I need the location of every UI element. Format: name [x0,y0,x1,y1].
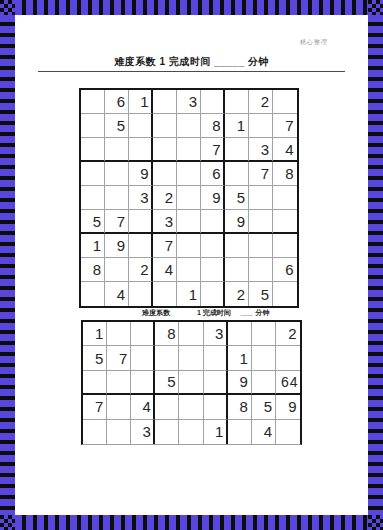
sudoku-cell-r8c9[interactable]: 6 [273,258,297,282]
sudoku-cell-r1c9[interactable]: 2 [276,322,300,346]
sudoku-cell-r6c7[interactable]: 9 [225,210,249,234]
sudoku-cell-r3c7[interactable] [225,138,249,162]
sudoku-cell-r8c5[interactable] [177,258,201,282]
sudoku-cell-r3c5[interactable] [177,138,201,162]
watermark: 精心整理 [300,39,328,46]
sudoku-cell-r5c3[interactable]: 3 [129,186,153,210]
sudoku-cell-r1c3[interactable] [131,322,155,346]
sudoku-cell-r7c4[interactable]: 7 [153,234,177,258]
sudoku-cell-r3c7[interactable]: 9 [228,371,252,395]
sudoku-cell-r8c3[interactable]: 2 [129,258,153,282]
frame-stripe-left [0,15,15,515]
sudoku-cell-r5c5[interactable] [177,186,201,210]
frame-corner-top-left [0,0,15,15]
sudoku-cell-r9c1[interactable] [81,282,105,306]
sudoku-cell-r9c7[interactable]: 2 [225,282,249,306]
sudoku-cell-r9c2[interactable]: 4 [105,282,129,306]
sudoku-cell-r2c6[interactable] [204,346,228,370]
sudoku-cell-r3c1[interactable] [83,371,107,395]
sudoku-cell-r8c1[interactable]: 8 [81,258,105,282]
sudoku-cell-r1c8[interactable]: 2 [249,90,273,114]
sudoku-cell-r4c5[interactable] [177,162,201,186]
sudoku-cell-r1c5[interactable] [179,322,203,346]
sudoku-cell-r5c1[interactable] [83,420,107,444]
sudoku-cell-r3c3[interactable] [129,138,153,162]
sudoku-cell-r5c7[interactable] [228,420,252,444]
sudoku-cell-r7c6[interactable] [201,234,225,258]
sudoku-cell-r5c3[interactable]: 3 [131,420,155,444]
frame-corner-bottom-right [368,515,383,530]
sudoku-cell-r1c4[interactable] [153,90,177,114]
sudoku-cell-r5c4[interactable] [155,420,179,444]
sudoku-cell-r4c4[interactable] [155,395,179,419]
sudoku-cell-r1c6[interactable] [201,90,225,114]
sudoku-cell-r3c1[interactable] [81,138,105,162]
sudoku-cell-r4c2[interactable] [107,395,131,419]
sudoku-cell-r4c3[interactable]: 4 [131,395,155,419]
sudoku-cell-r9c5[interactable]: 1 [177,282,201,306]
sudoku-cell-r4c2[interactable] [105,162,129,186]
sudoku-cell-r2c8[interactable] [252,346,276,370]
sudoku-cell-r9c6[interactable] [201,282,225,306]
sudoku-cell-r2c5[interactable] [177,114,201,138]
sudoku-cell-r2c4[interactable] [155,346,179,370]
sudoku-cell-r8c2[interactable] [105,258,129,282]
sudoku-cell-r5c1[interactable] [81,186,105,210]
title-rule [38,71,345,72]
sudoku-cell-r8c8[interactable] [249,258,273,282]
sudoku-cell-r7c7[interactable] [225,234,249,258]
sudoku-cell-r7c3[interactable] [129,234,153,258]
sudoku-cell-r4c6[interactable] [204,395,228,419]
sudoku-cell-r7c9[interactable] [273,234,297,258]
sudoku-cell-r2c5[interactable] [179,346,203,370]
sudoku-cell-r9c4[interactable] [153,282,177,306]
sudoku-cell-r2c8[interactable] [249,114,273,138]
frame-stripe-bottom [15,515,368,530]
sudoku-cell-r1c7[interactable] [228,322,252,346]
sudoku-cell-r8c4[interactable]: 4 [153,258,177,282]
sudoku-cell-r5c2[interactable] [105,186,129,210]
sudoku-cell-r9c9[interactable] [273,282,297,306]
sudoku-cell-r3c2[interactable] [107,371,131,395]
sudoku-cell-r5c8[interactable] [249,186,273,210]
sudoku-cell-r1c4[interactable]: 8 [155,322,179,346]
sudoku-cell-r2c4[interactable] [153,114,177,138]
sudoku-cell-r1c1[interactable] [81,90,105,114]
sudoku-cell-r3c4[interactable]: 5 [155,371,179,395]
puzzle1-title-unit: 分钟 [248,56,269,67]
sudoku-cell-r4c8[interactable]: 7 [249,162,273,186]
frame-corner-bottom-left [0,515,15,530]
sudoku-cell-r2c1[interactable] [81,114,105,138]
sudoku-cell-r1c8[interactable] [252,322,276,346]
sudoku-cell-r3c9[interactable]: 64 [276,371,300,395]
sudoku-cell-r3c6[interactable]: 7 [201,138,225,162]
sudoku-cell-r4c8[interactable]: 5 [252,395,276,419]
puzzle2-title-blank: ___ [241,309,253,316]
sudoku-cell-r2c6[interactable]: 8 [201,114,225,138]
sudoku-cell-r7c1[interactable]: 1 [81,234,105,258]
sudoku-cell-r2c2[interactable]: 5 [105,114,129,138]
puzzle1-title-blank: _____ [214,56,244,67]
sudoku-cell-r7c5[interactable] [177,234,201,258]
sudoku-cell-r7c2[interactable]: 9 [105,234,129,258]
sudoku-cell-r5c6[interactable]: 9 [201,186,225,210]
sudoku-cell-r3c3[interactable] [131,371,155,395]
sudoku-cell-r4c9[interactable]: 8 [273,162,297,186]
sudoku-cell-r4c7[interactable] [225,162,249,186]
sudoku-grid-2: 1832571596474859314 [81,320,302,445]
puzzle1-title: 难度系数 1 完成时间 _____ 分钟 [0,55,383,69]
sudoku-cell-r4c4[interactable] [153,162,177,186]
sudoku-cell-r3c5[interactable] [179,371,203,395]
sudoku-cell-r5c8[interactable]: 4 [252,420,276,444]
puzzle1-title-prefix: 难度系数 1 完成时间 [114,56,211,67]
sudoku-cell-r1c2[interactable]: 6 [105,90,129,114]
sudoku-cell-r6c6[interactable] [201,210,225,234]
sudoku-cell-r2c7[interactable]: 1 [225,114,249,138]
sudoku-cell-r6c1[interactable]: 5 [81,210,105,234]
sudoku-cell-r6c8[interactable] [249,210,273,234]
puzzle2-title-time-label: 1 完成时间 [197,309,231,316]
sudoku-cell-r5c5[interactable] [179,420,203,444]
sudoku-cell-r1c7[interactable] [225,90,249,114]
sudoku-cell-r2c3[interactable] [131,346,155,370]
puzzle2-title: 难度系数1 完成时间___分钟 [142,308,270,318]
sudoku-cell-r4c3[interactable]: 9 [129,162,153,186]
sudoku-cell-r2c9[interactable]: 7 [273,114,297,138]
sudoku-grid-1: 6132581773496783295573919782464125 [79,88,299,308]
sudoku-cell-r2c2[interactable]: 7 [107,346,131,370]
sudoku-cell-r6c4[interactable]: 3 [153,210,177,234]
sudoku-cell-r4c6[interactable]: 6 [201,162,225,186]
sudoku-cell-r7c8[interactable] [249,234,273,258]
sudoku-cell-r8c6[interactable] [201,258,225,282]
sudoku-cell-r2c3[interactable] [129,114,153,138]
sudoku-cell-r3c8[interactable] [252,371,276,395]
sudoku-cell-r1c3[interactable]: 1 [129,90,153,114]
sudoku-cell-r5c9[interactable] [276,420,300,444]
frame-corner-top-right [368,0,383,15]
sudoku-cell-r5c6[interactable]: 1 [204,420,228,444]
sudoku-cell-r4c5[interactable] [179,395,203,419]
sudoku-cell-r1c2[interactable] [107,322,131,346]
sudoku-cell-r4c1[interactable] [81,162,105,186]
puzzle2-title-label: 难度系数 [142,309,170,316]
puzzle2-title-unit: 分钟 [256,309,270,316]
sudoku-cell-r6c5[interactable] [177,210,201,234]
sudoku-cell-r5c7[interactable]: 5 [225,186,249,210]
sudoku-cell-r3c6[interactable] [204,371,228,395]
sudoku-cell-r4c9[interactable]: 9 [276,395,300,419]
sudoku-cell-r1c5[interactable]: 3 [177,90,201,114]
sudoku-cell-r8c7[interactable] [225,258,249,282]
sudoku-cell-r1c9[interactable] [273,90,297,114]
sudoku-cell-r3c8[interactable]: 3 [249,138,273,162]
sudoku-cell-r5c9[interactable] [273,186,297,210]
sudoku-cell-r2c9[interactable] [276,346,300,370]
sudoku-cell-r3c9[interactable]: 4 [273,138,297,162]
sudoku-cell-r3c4[interactable] [153,138,177,162]
frame-stripe-right [368,15,383,515]
sudoku-cell-r6c9[interactable] [273,210,297,234]
sudoku-cell-r2c1[interactable]: 5 [83,346,107,370]
sudoku-cell-r9c3[interactable] [129,282,153,306]
sudoku-cell-r6c2[interactable]: 7 [105,210,129,234]
frame-stripe-top [15,0,368,15]
sudoku-cell-r5c4[interactable]: 2 [153,186,177,210]
sudoku-cell-r6c3[interactable] [129,210,153,234]
sudoku-cell-r4c7[interactable]: 8 [228,395,252,419]
sudoku-cell-r4c1[interactable]: 7 [83,395,107,419]
sudoku-cell-r1c6[interactable]: 3 [204,322,228,346]
sudoku-cell-r9c8[interactable]: 5 [249,282,273,306]
sudoku-cell-r1c1[interactable]: 1 [83,322,107,346]
sudoku-cell-r3c2[interactable] [105,138,129,162]
sudoku-cell-r5c2[interactable] [107,420,131,444]
sudoku-cell-r2c7[interactable]: 1 [228,346,252,370]
